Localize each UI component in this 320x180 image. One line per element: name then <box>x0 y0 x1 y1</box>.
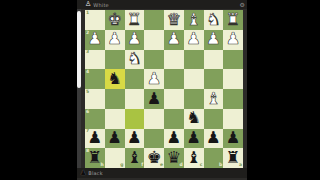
square-c5[interactable] <box>184 89 204 109</box>
square-c7[interactable]: ♟ <box>184 129 204 149</box>
square-e2[interactable] <box>144 30 164 50</box>
square-h5[interactable]: 5 <box>85 89 105 109</box>
piece-white-queen[interactable]: ♛ <box>166 12 181 29</box>
square-f2[interactable]: ♟ <box>125 30 145 50</box>
scrollbar-track[interactable] <box>77 9 81 170</box>
scrollbar-thumb[interactable] <box>77 11 81 88</box>
top-player-name: White <box>93 2 109 8</box>
square-g2[interactable]: ♟ <box>105 30 125 50</box>
square-d8[interactable]: ♛d <box>164 148 184 168</box>
square-h2[interactable]: ♟2 <box>85 30 105 50</box>
piece-white-pawn[interactable]: ♟ <box>127 31 142 48</box>
piece-black-knight[interactable]: ♞ <box>186 110 201 127</box>
square-c6[interactable]: ♞ <box>184 109 204 129</box>
piece-black-pawn[interactable]: ♟ <box>87 130 102 147</box>
square-h8[interactable]: ♜8h <box>85 148 105 168</box>
square-b1[interactable]: ♞ <box>204 10 224 30</box>
black-piece-icon: ♟ <box>80 170 86 177</box>
square-b2[interactable]: ♟ <box>204 30 224 50</box>
top-player-bar: ♙ White ⚙ <box>77 0 247 9</box>
gear-icon[interactable]: ⚙ <box>240 2 245 8</box>
square-b6[interactable] <box>204 109 224 129</box>
square-f6[interactable] <box>125 109 145 129</box>
piece-black-pawn[interactable]: ♟ <box>127 130 142 147</box>
square-c2[interactable]: ♟ <box>184 30 204 50</box>
square-h6[interactable]: 6 <box>85 109 105 129</box>
piece-white-pawn[interactable]: ♟ <box>186 31 201 48</box>
square-a5[interactable] <box>223 89 243 109</box>
square-h1[interactable]: 1 <box>85 10 105 30</box>
piece-black-pawn[interactable]: ♟ <box>226 130 241 147</box>
piece-white-knight[interactable]: ♞ <box>206 12 221 29</box>
square-f5[interactable] <box>125 89 145 109</box>
piece-black-pawn[interactable]: ♟ <box>147 91 162 108</box>
square-f8[interactable]: ♝f <box>125 148 145 168</box>
bottom-player-name: Black <box>88 170 103 176</box>
file-label-a: a <box>239 163 242 168</box>
piece-black-pawn[interactable]: ♟ <box>107 130 122 147</box>
white-piece-icon: ♙ <box>85 1 91 8</box>
square-h3[interactable]: 3 <box>85 50 105 70</box>
square-h4[interactable]: 4 <box>85 69 105 89</box>
square-g4[interactable]: ♞ <box>105 69 125 89</box>
square-d3[interactable] <box>164 50 184 70</box>
square-d2[interactable]: ♟ <box>164 30 184 50</box>
file-label-f: f <box>141 163 143 168</box>
square-c8[interactable]: ♝c <box>184 148 204 168</box>
square-g6[interactable] <box>105 109 125 129</box>
square-f4[interactable] <box>125 69 145 89</box>
file-label-g: g <box>120 163 123 168</box>
square-c4[interactable] <box>184 69 204 89</box>
square-g5[interactable] <box>105 89 125 109</box>
piece-white-rook[interactable]: ♜ <box>127 12 142 29</box>
rank-label-1: 1 <box>86 11 89 16</box>
square-d5[interactable] <box>164 89 184 109</box>
square-e7[interactable] <box>144 129 164 149</box>
square-c1[interactable]: ♝ <box>184 10 204 30</box>
piece-white-bishop[interactable]: ♝ <box>206 91 221 108</box>
square-e3[interactable] <box>144 50 164 70</box>
video-frame: ♙ White ⚙ 1♚♜♛♝♞♜♟2♟♟♟♟♟♟3♞4♞♟5♟♝6♞♟7♟♟♟… <box>0 0 320 180</box>
piece-white-rook[interactable]: ♜ <box>226 12 241 29</box>
square-f7[interactable]: ♟ <box>125 129 145 149</box>
square-g8[interactable]: g <box>105 148 125 168</box>
rank-label-2: 2 <box>86 31 89 36</box>
square-e6[interactable] <box>144 109 164 129</box>
square-d7[interactable]: ♟ <box>164 129 184 149</box>
piece-black-pawn[interactable]: ♟ <box>186 130 201 147</box>
file-label-c: c <box>200 163 203 168</box>
piece-black-bishop[interactable]: ♝ <box>127 150 142 167</box>
square-b7[interactable]: ♟ <box>204 129 224 149</box>
piece-black-bishop[interactable]: ♝ <box>186 150 201 167</box>
square-a6[interactable] <box>223 109 243 129</box>
piece-white-bishop[interactable]: ♝ <box>186 12 201 29</box>
square-b3[interactable] <box>204 50 224 70</box>
square-a1[interactable]: ♜ <box>223 10 243 30</box>
rank-label-4: 4 <box>86 70 89 75</box>
square-e8[interactable]: ♚e <box>144 148 164 168</box>
piece-white-king[interactable]: ♚ <box>107 12 122 29</box>
piece-black-knight[interactable]: ♞ <box>107 71 122 88</box>
piece-white-pawn[interactable]: ♟ <box>226 31 241 48</box>
square-g3[interactable] <box>105 50 125 70</box>
bottom-player-bar: ♟ Black <box>77 168 247 178</box>
rank-label-7: 7 <box>86 129 89 134</box>
chess-board[interactable]: 1♚♜♛♝♞♜♟2♟♟♟♟♟♟3♞4♞♟5♟♝6♞♟7♟♟♟♟♟♟♜8hg♝f♚… <box>85 10 243 168</box>
square-g1[interactable]: ♚ <box>105 10 125 30</box>
rank-label-8: 8 <box>86 149 89 154</box>
square-b8[interactable]: b <box>204 148 224 168</box>
square-h7[interactable]: ♟7 <box>85 129 105 149</box>
square-e1[interactable] <box>144 10 164 30</box>
square-b4[interactable] <box>204 69 224 89</box>
square-a7[interactable]: ♟ <box>223 129 243 149</box>
file-label-b: b <box>219 163 222 168</box>
piece-white-pawn[interactable]: ♟ <box>147 71 162 88</box>
file-label-e: e <box>160 163 163 168</box>
piece-white-pawn[interactable]: ♟ <box>87 31 102 48</box>
square-a3[interactable] <box>223 50 243 70</box>
square-a8[interactable]: ♜a <box>223 148 243 168</box>
square-a4[interactable] <box>223 69 243 89</box>
rank-label-3: 3 <box>86 50 89 55</box>
square-d6[interactable] <box>164 109 184 129</box>
rank-label-5: 5 <box>86 90 89 95</box>
rank-label-6: 6 <box>86 110 89 115</box>
piece-white-pawn[interactable]: ♟ <box>166 31 181 48</box>
square-e4[interactable]: ♟ <box>144 69 164 89</box>
piece-black-pawn[interactable]: ♟ <box>206 130 221 147</box>
piece-white-pawn[interactable]: ♟ <box>107 31 122 48</box>
letterbox-left <box>0 0 77 180</box>
file-label-d: d <box>180 163 183 168</box>
square-c3[interactable] <box>184 50 204 70</box>
square-b5[interactable]: ♝ <box>204 89 224 109</box>
letterbox-right <box>247 0 320 180</box>
square-d1[interactable]: ♛ <box>164 10 184 30</box>
square-d4[interactable] <box>164 69 184 89</box>
square-e5[interactable]: ♟ <box>144 89 164 109</box>
piece-white-pawn[interactable]: ♟ <box>206 31 221 48</box>
file-label-h: h <box>101 163 104 168</box>
piece-white-knight[interactable]: ♞ <box>127 51 142 68</box>
square-f3[interactable]: ♞ <box>125 50 145 70</box>
square-f1[interactable]: ♜ <box>125 10 145 30</box>
piece-black-pawn[interactable]: ♟ <box>166 130 181 147</box>
square-g7[interactable]: ♟ <box>105 129 125 149</box>
square-a2[interactable]: ♟ <box>223 30 243 50</box>
